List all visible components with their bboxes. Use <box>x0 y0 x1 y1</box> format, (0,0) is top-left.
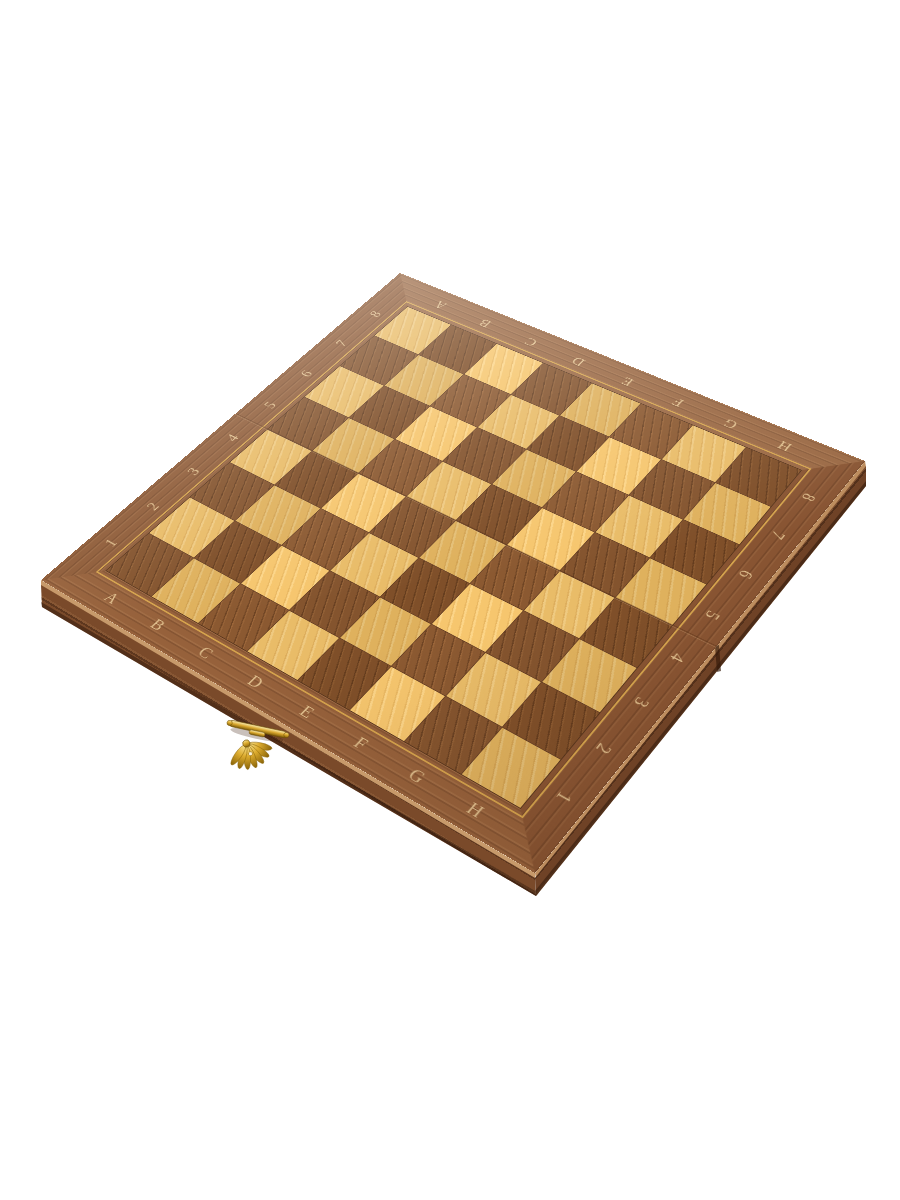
coord-rank-5-right: 5 <box>701 608 723 622</box>
coord-rank-7-right: 7 <box>767 528 788 541</box>
coord-rank-2-right: 2 <box>592 740 615 756</box>
coord-file-c-far: C <box>522 336 540 348</box>
product-photo-stage: AABBCCDDEEFFGGHH1122334455667788 <box>0 0 900 1200</box>
coord-rank-1-left: 1 <box>102 537 121 549</box>
coord-rank-7-left: 7 <box>333 339 350 349</box>
coord-rank-4-right: 4 <box>666 650 688 665</box>
coord-rank-8-left: 8 <box>367 309 384 318</box>
coord-rank-2-left: 2 <box>144 501 162 513</box>
coord-rank-6-left: 6 <box>298 369 315 379</box>
coord-file-h-near: H <box>463 799 487 820</box>
coord-file-b-near: B <box>147 616 168 633</box>
coord-rank-1-right: 1 <box>552 788 575 805</box>
brass-clasp <box>208 696 318 806</box>
coord-file-a-near: A <box>101 590 123 607</box>
coord-file-a-far: A <box>432 299 450 311</box>
coord-file-g-near: G <box>405 766 429 787</box>
coord-rank-3-right: 3 <box>630 694 652 709</box>
coord-rank-3-left: 3 <box>184 466 202 477</box>
coord-file-f-far: F <box>670 396 687 409</box>
coord-rank-5-left: 5 <box>261 400 279 410</box>
coord-file-c-near: C <box>195 644 217 661</box>
clasp-hinge-bar <box>225 719 290 745</box>
coord-file-e-far: E <box>619 375 636 388</box>
coord-file-d-far: D <box>569 355 588 368</box>
coord-file-h-far: H <box>775 438 795 453</box>
coord-rank-8-right: 8 <box>798 491 819 503</box>
coord-file-d-near: D <box>244 672 267 690</box>
coord-file-g-far: G <box>721 416 740 430</box>
chess-board: AABBCCDDEEFFGGHH1122334455667788 <box>41 273 865 873</box>
coord-file-b-far: B <box>477 317 495 329</box>
coord-rank-4-left: 4 <box>223 432 241 443</box>
coord-rank-6-right: 6 <box>735 567 756 580</box>
coord-file-f-near: F <box>350 734 371 752</box>
